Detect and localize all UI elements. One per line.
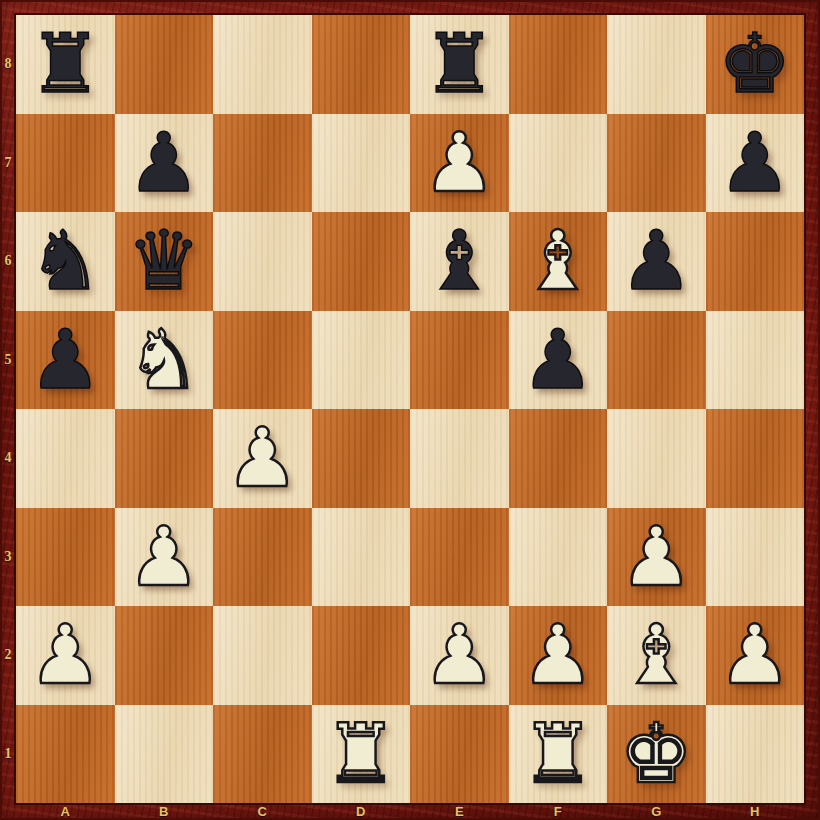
file-label-d: D — [312, 803, 411, 820]
square-a8[interactable]: ♜ — [16, 15, 115, 114]
board-frame: ♜♜♚♟♟♟♞♛♝♝♟♟♞♟♟♟♟♟♟♟♝♟♜♜♚ 87654321 ABCDE… — [0, 0, 820, 820]
square-c4[interactable]: ♟ — [213, 409, 312, 508]
square-a4[interactable] — [16, 409, 115, 508]
square-h4[interactable] — [706, 409, 805, 508]
file-label-a: A — [16, 803, 115, 820]
rank-label-8: 8 — [0, 15, 16, 114]
square-e4[interactable] — [410, 409, 509, 508]
piece-white-bishop[interactable]: ♝ — [607, 606, 706, 705]
square-b3[interactable]: ♟ — [115, 508, 214, 607]
piece-white-knight[interactable]: ♞ — [115, 311, 214, 410]
file-label-c: C — [213, 803, 312, 820]
file-label-f: F — [509, 803, 608, 820]
file-label-h: H — [706, 803, 805, 820]
square-h6[interactable] — [706, 212, 805, 311]
square-c6[interactable] — [213, 212, 312, 311]
piece-black-pawn[interactable]: ♟ — [509, 311, 608, 410]
square-g1[interactable]: ♚ — [607, 705, 706, 804]
piece-white-pawn[interactable]: ♟ — [16, 606, 115, 705]
square-e5[interactable] — [410, 311, 509, 410]
rank-label-3: 3 — [0, 508, 16, 607]
piece-black-pawn[interactable]: ♟ — [706, 114, 805, 213]
piece-white-bishop[interactable]: ♝ — [509, 212, 608, 311]
file-label-e: E — [410, 803, 509, 820]
square-b4[interactable] — [115, 409, 214, 508]
square-c1[interactable] — [213, 705, 312, 804]
square-c2[interactable] — [213, 606, 312, 705]
square-a2[interactable]: ♟ — [16, 606, 115, 705]
square-b1[interactable] — [115, 705, 214, 804]
piece-white-pawn[interactable]: ♟ — [706, 606, 805, 705]
file-label-g: G — [607, 803, 706, 820]
square-d6[interactable] — [312, 212, 411, 311]
square-a3[interactable] — [16, 508, 115, 607]
square-a5[interactable]: ♟ — [16, 311, 115, 410]
square-h2[interactable]: ♟ — [706, 606, 805, 705]
square-g2[interactable]: ♝ — [607, 606, 706, 705]
square-e8[interactable]: ♜ — [410, 15, 509, 114]
piece-white-rook[interactable]: ♜ — [312, 705, 411, 804]
square-c7[interactable] — [213, 114, 312, 213]
piece-white-pawn[interactable]: ♟ — [607, 508, 706, 607]
piece-black-pawn[interactable]: ♟ — [607, 212, 706, 311]
piece-black-bishop[interactable]: ♝ — [410, 212, 509, 311]
piece-black-king[interactable]: ♚ — [706, 15, 805, 114]
square-f6[interactable]: ♝ — [509, 212, 608, 311]
square-g4[interactable] — [607, 409, 706, 508]
piece-black-rook[interactable]: ♜ — [410, 15, 509, 114]
square-b6[interactable]: ♛ — [115, 212, 214, 311]
rank-label-6: 6 — [0, 212, 16, 311]
square-g6[interactable]: ♟ — [607, 212, 706, 311]
rank-label-7: 7 — [0, 114, 16, 213]
rank-label-4: 4 — [0, 409, 16, 508]
square-d3[interactable] — [312, 508, 411, 607]
square-h1[interactable] — [706, 705, 805, 804]
piece-white-pawn[interactable]: ♟ — [410, 114, 509, 213]
piece-black-pawn[interactable]: ♟ — [16, 311, 115, 410]
piece-white-pawn[interactable]: ♟ — [410, 606, 509, 705]
square-c8[interactable] — [213, 15, 312, 114]
square-d1[interactable]: ♜ — [312, 705, 411, 804]
square-b7[interactable]: ♟ — [115, 114, 214, 213]
square-g3[interactable]: ♟ — [607, 508, 706, 607]
square-g5[interactable] — [607, 311, 706, 410]
square-a1[interactable] — [16, 705, 115, 804]
square-h5[interactable] — [706, 311, 805, 410]
square-g7[interactable] — [607, 114, 706, 213]
rank-label-5: 5 — [0, 311, 16, 410]
piece-white-pawn[interactable]: ♟ — [509, 606, 608, 705]
square-f5[interactable]: ♟ — [509, 311, 608, 410]
square-e6[interactable]: ♝ — [410, 212, 509, 311]
piece-white-pawn[interactable]: ♟ — [115, 508, 214, 607]
square-g8[interactable] — [607, 15, 706, 114]
square-h3[interactable] — [706, 508, 805, 607]
square-f1[interactable]: ♜ — [509, 705, 608, 804]
square-e7[interactable]: ♟ — [410, 114, 509, 213]
square-h7[interactable]: ♟ — [706, 114, 805, 213]
square-f2[interactable]: ♟ — [509, 606, 608, 705]
square-h8[interactable]: ♚ — [706, 15, 805, 114]
square-b8[interactable] — [115, 15, 214, 114]
square-b5[interactable]: ♞ — [115, 311, 214, 410]
chess-board: ♜♜♚♟♟♟♞♛♝♝♟♟♞♟♟♟♟♟♟♟♝♟♜♜♚ — [16, 15, 804, 803]
square-c3[interactable] — [213, 508, 312, 607]
piece-black-queen[interactable]: ♛ — [115, 212, 214, 311]
square-c5[interactable] — [213, 311, 312, 410]
square-d7[interactable] — [312, 114, 411, 213]
square-a7[interactable] — [16, 114, 115, 213]
square-d5[interactable] — [312, 311, 411, 410]
square-f7[interactable] — [509, 114, 608, 213]
piece-black-rook[interactable]: ♜ — [16, 15, 115, 114]
file-label-b: B — [115, 803, 214, 820]
piece-black-pawn[interactable]: ♟ — [115, 114, 214, 213]
piece-white-rook[interactable]: ♜ — [509, 705, 608, 804]
square-d2[interactable] — [312, 606, 411, 705]
piece-black-knight[interactable]: ♞ — [16, 212, 115, 311]
square-e2[interactable]: ♟ — [410, 606, 509, 705]
rank-label-1: 1 — [0, 705, 16, 804]
square-f3[interactable] — [509, 508, 608, 607]
square-b2[interactable] — [115, 606, 214, 705]
square-d4[interactable] — [312, 409, 411, 508]
square-f4[interactable] — [509, 409, 608, 508]
piece-white-king[interactable]: ♚ — [607, 705, 706, 804]
piece-white-pawn[interactable]: ♟ — [213, 409, 312, 508]
rank-label-2: 2 — [0, 606, 16, 705]
square-e3[interactable] — [410, 508, 509, 607]
square-e1[interactable] — [410, 705, 509, 804]
square-f8[interactable] — [509, 15, 608, 114]
square-d8[interactable] — [312, 15, 411, 114]
square-a6[interactable]: ♞ — [16, 212, 115, 311]
